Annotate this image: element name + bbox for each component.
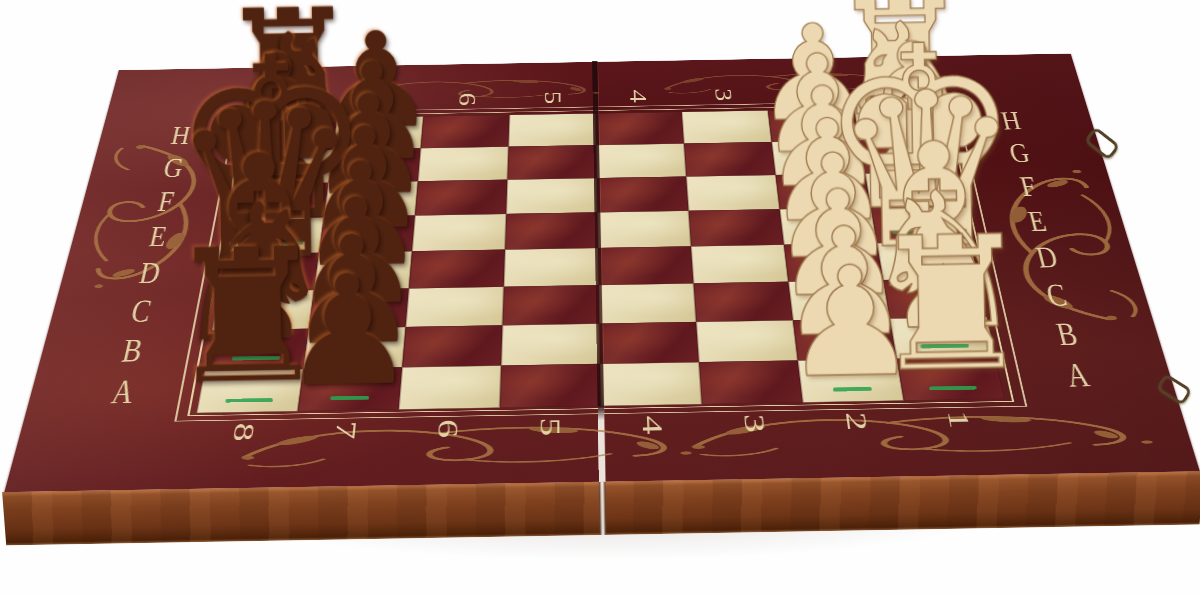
board-surface: ♜♟♟♜♞♟♟♞♝♟♟♝♚♟♟♚♛♟♟♛♝♟♟♝♞♟♟♞♜♟♟♜ HGFEDCB… [4, 54, 1199, 492]
chess-board: ♜♟♟♜♞♟♟♞♝♟♟♝♚♟♟♚♛♟♟♛♝♟♟♝♞♟♟♞♜♟♟♜ HGFEDCB… [4, 54, 1199, 492]
floral-engraving-bottom-left [227, 417, 703, 471]
product-photo-scene: ♜♟♟♜♞♟♟♞♝♟♟♝♚♟♟♚♛♟♟♛♝♟♟♝♞♟♟♞♜♟♟♜ HGFEDCB… [0, 0, 1200, 594]
floral-engraving-bottom-right [677, 406, 1166, 460]
fold-seam-front [599, 481, 607, 535]
piece-white-rook-a1[interactable]: ♜ [834, 215, 1067, 391]
black-rook-icon: ♜ [131, 228, 364, 407]
white-rook-icon: ♜ [834, 215, 1067, 394]
piece-black-rook-a8[interactable]: ♜ [131, 228, 364, 404]
